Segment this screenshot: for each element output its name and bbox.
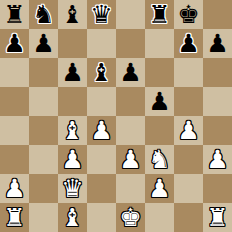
square-g2[interactable]	[174, 174, 203, 203]
square-e6[interactable]: ♟	[116, 58, 145, 87]
piece-black-pawn: ♟	[3, 31, 25, 56]
square-d6[interactable]: ♝	[87, 58, 116, 87]
piece-white-knight: ♞	[148, 147, 170, 172]
square-h3[interactable]: ♟	[203, 145, 232, 174]
square-f5[interactable]: ♟	[145, 87, 174, 116]
piece-black-pawn: ♟	[61, 60, 83, 85]
square-h6[interactable]	[203, 58, 232, 87]
chess-board: ♜♞♝♛♜♚♟♟♟♟♟♝♟♟♝♟♟♟♟♞♟♟♛♟♜♝♚♜	[0, 0, 232, 232]
square-g3[interactable]	[174, 145, 203, 174]
piece-black-knight: ♞	[32, 2, 54, 27]
square-g7[interactable]: ♟	[174, 29, 203, 58]
square-h1[interactable]: ♜	[203, 203, 232, 232]
piece-black-queen: ♛	[90, 2, 112, 27]
square-b1[interactable]	[29, 203, 58, 232]
square-d4[interactable]: ♟	[87, 116, 116, 145]
square-h8[interactable]	[203, 0, 232, 29]
square-b2[interactable]	[29, 174, 58, 203]
square-d8[interactable]: ♛	[87, 0, 116, 29]
square-f1[interactable]	[145, 203, 174, 232]
piece-white-bishop: ♝	[61, 205, 83, 230]
piece-white-king: ♚	[119, 205, 141, 230]
piece-white-rook: ♜	[3, 205, 25, 230]
piece-black-rook: ♜	[3, 2, 25, 27]
square-a3[interactable]	[0, 145, 29, 174]
square-c3[interactable]: ♟	[58, 145, 87, 174]
square-g8[interactable]: ♚	[174, 0, 203, 29]
piece-black-bishop: ♝	[90, 60, 112, 85]
square-d1[interactable]	[87, 203, 116, 232]
square-g4[interactable]: ♟	[174, 116, 203, 145]
square-b8[interactable]: ♞	[29, 0, 58, 29]
piece-black-rook: ♜	[148, 2, 170, 27]
square-e1[interactable]: ♚	[116, 203, 145, 232]
square-g6[interactable]	[174, 58, 203, 87]
square-e5[interactable]	[116, 87, 145, 116]
square-a2[interactable]: ♟	[0, 174, 29, 203]
square-d2[interactable]	[87, 174, 116, 203]
square-c5[interactable]	[58, 87, 87, 116]
square-g1[interactable]	[174, 203, 203, 232]
square-e3[interactable]: ♟	[116, 145, 145, 174]
square-f7[interactable]	[145, 29, 174, 58]
piece-black-bishop: ♝	[61, 2, 83, 27]
square-e7[interactable]	[116, 29, 145, 58]
piece-white-pawn: ♟	[90, 118, 112, 143]
square-e2[interactable]	[116, 174, 145, 203]
piece-black-pawn: ♟	[206, 31, 228, 56]
piece-white-pawn: ♟	[3, 176, 25, 201]
square-h2[interactable]	[203, 174, 232, 203]
square-h7[interactable]: ♟	[203, 29, 232, 58]
square-c4[interactable]: ♝	[58, 116, 87, 145]
piece-white-bishop: ♝	[61, 118, 83, 143]
square-a7[interactable]: ♟	[0, 29, 29, 58]
piece-white-rook: ♜	[206, 205, 228, 230]
square-b3[interactable]	[29, 145, 58, 174]
piece-white-pawn: ♟	[206, 147, 228, 172]
square-d5[interactable]	[87, 87, 116, 116]
square-c1[interactable]: ♝	[58, 203, 87, 232]
square-b7[interactable]: ♟	[29, 29, 58, 58]
square-h4[interactable]	[203, 116, 232, 145]
square-h5[interactable]	[203, 87, 232, 116]
square-e8[interactable]	[116, 0, 145, 29]
square-f8[interactable]: ♜	[145, 0, 174, 29]
piece-black-pawn: ♟	[148, 89, 170, 114]
square-a6[interactable]	[0, 58, 29, 87]
square-d7[interactable]	[87, 29, 116, 58]
piece-white-pawn: ♟	[177, 118, 199, 143]
piece-black-pawn: ♟	[119, 60, 141, 85]
piece-black-king: ♚	[177, 2, 199, 27]
square-f2[interactable]: ♟	[145, 174, 174, 203]
square-a8[interactable]: ♜	[0, 0, 29, 29]
square-a5[interactable]	[0, 87, 29, 116]
square-a1[interactable]: ♜	[0, 203, 29, 232]
square-c2[interactable]: ♛	[58, 174, 87, 203]
piece-white-pawn: ♟	[61, 147, 83, 172]
square-f4[interactable]	[145, 116, 174, 145]
piece-white-pawn: ♟	[148, 176, 170, 201]
square-c7[interactable]	[58, 29, 87, 58]
square-f6[interactable]	[145, 58, 174, 87]
square-b6[interactable]	[29, 58, 58, 87]
square-c6[interactable]: ♟	[58, 58, 87, 87]
piece-white-pawn: ♟	[119, 147, 141, 172]
square-d3[interactable]	[87, 145, 116, 174]
square-a4[interactable]	[0, 116, 29, 145]
piece-black-pawn: ♟	[177, 31, 199, 56]
square-b5[interactable]	[29, 87, 58, 116]
square-b4[interactable]	[29, 116, 58, 145]
square-e4[interactable]	[116, 116, 145, 145]
square-f3[interactable]: ♞	[145, 145, 174, 174]
square-g5[interactable]	[174, 87, 203, 116]
piece-black-pawn: ♟	[32, 31, 54, 56]
square-c8[interactable]: ♝	[58, 0, 87, 29]
piece-white-queen: ♛	[61, 176, 83, 201]
